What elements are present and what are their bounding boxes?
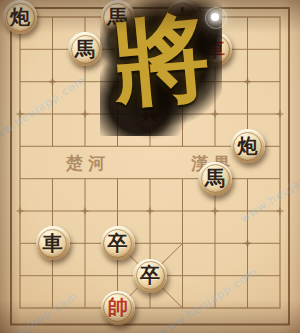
last-move-sparkle-icon — [211, 13, 219, 21]
pieces-layer: 炮馬士馬將車兵炮馬車卒卒帥 — [4, 1, 297, 324]
piece-red-general[interactable]: 帥 — [101, 291, 135, 325]
piece-glyph: 帥 — [108, 297, 128, 317]
piece-black-cannon[interactable]: 炮 — [231, 129, 265, 163]
piece-glyph: 炮 — [238, 136, 258, 156]
piece-glyph: 炮 — [10, 7, 30, 27]
piece-glyph: 馬 — [205, 168, 225, 188]
piece-glyph: 卒 — [108, 233, 128, 253]
piece-glyph: 車 — [43, 233, 63, 253]
piece-black-advisor[interactable]: 士 — [166, 0, 200, 34]
piece-red-chariot[interactable]: 車 — [198, 32, 232, 66]
piece-glyph: 馬 — [108, 7, 128, 27]
piece-black-horse[interactable]: 馬 — [68, 32, 102, 66]
piece-black-soldier[interactable]: 卒 — [101, 226, 135, 260]
piece-glyph: 兵 — [140, 103, 160, 123]
piece-glyph: 馬 — [75, 39, 95, 59]
piece-black-horse[interactable]: 馬 — [101, 0, 135, 34]
piece-black-cannon[interactable]: 炮 — [3, 0, 37, 34]
piece-glyph: 車 — [205, 39, 225, 59]
piece-glyph: 將 — [140, 39, 160, 59]
piece-black-horse[interactable]: 馬 — [198, 162, 232, 196]
piece-black-chariot[interactable]: 車 — [36, 226, 70, 260]
xiangqi-board: 楚河 漢界 www.heujapp.com www.heujapp.com ww… — [0, 0, 300, 333]
piece-glyph: 士 — [173, 7, 193, 27]
piece-glyph: 卒 — [140, 265, 160, 285]
piece-black-soldier[interactable]: 卒 — [133, 259, 167, 293]
piece-red-soldier[interactable]: 兵 — [133, 97, 167, 131]
piece-black-general[interactable]: 將 — [133, 32, 167, 66]
